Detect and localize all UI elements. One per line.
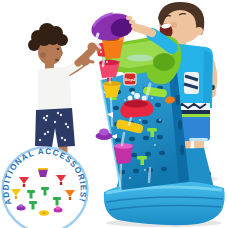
step2-logo: Step2 [124, 73, 136, 85]
tray-water [127, 55, 153, 62]
overflow-stream [103, 58, 104, 66]
boy-ear [195, 27, 203, 35]
boat-opening [124, 101, 148, 108]
step2-logo-text: Step2 [125, 77, 137, 82]
yellow-spinner-opening [103, 81, 121, 86]
boy-tshirt-shading [203, 50, 212, 108]
toddler-eye [57, 48, 59, 50]
product-photo: Step2 [0, 0, 228, 228]
boy-shorts-hem [189, 138, 208, 141]
magenta-cup-rim [114, 143, 133, 149]
boy-pouring-forearm [134, 27, 152, 33]
toddler-tshirt [37, 67, 72, 114]
toddler-mouth [55, 59, 59, 61]
toddler-ear [40, 52, 46, 58]
boy-cheek [171, 22, 177, 28]
tray-bowl [153, 53, 175, 71]
toddler-fingers [86, 61, 93, 62]
accessories-badge: ADDITIONAL ACCESSORIES! [2, 147, 88, 228]
purple-spinner-dome [99, 129, 109, 136]
photo-scene: Step2 [0, 0, 228, 228]
mini-yellow-wheel-icon [39, 210, 49, 216]
